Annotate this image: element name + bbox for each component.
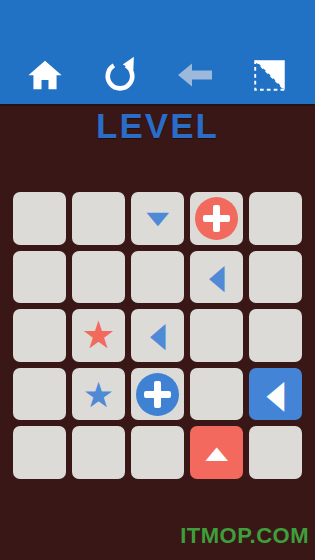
restart-icon bbox=[100, 55, 140, 95]
cell-r4c4[interactable] bbox=[190, 368, 243, 421]
cell-r3c2[interactable]: ★ bbox=[72, 309, 125, 362]
left-arrow-icon: ◀ bbox=[267, 375, 285, 414]
plus-icon bbox=[136, 373, 179, 416]
flip-diagonal-icon bbox=[251, 56, 289, 94]
flip-button[interactable] bbox=[247, 52, 293, 98]
cell-r4c5[interactable]: ◀ bbox=[249, 368, 302, 421]
left-arrow-icon: ◀ bbox=[209, 260, 225, 294]
board: ▼◀★◀★◀▲ bbox=[13, 192, 302, 479]
cell-r3c1[interactable] bbox=[13, 309, 66, 362]
cell-r2c5[interactable] bbox=[249, 251, 302, 304]
star-icon: ★ bbox=[81, 316, 115, 354]
cell-r2c3[interactable] bbox=[131, 251, 184, 304]
cell-r5c3[interactable] bbox=[131, 426, 184, 479]
cell-r2c4[interactable]: ◀ bbox=[190, 251, 243, 304]
cell-r4c1[interactable] bbox=[13, 368, 66, 421]
cell-r2c1[interactable] bbox=[13, 251, 66, 304]
back-button[interactable] bbox=[172, 52, 218, 98]
home-icon bbox=[26, 56, 64, 94]
cell-r3c3[interactable]: ◀ bbox=[131, 309, 184, 362]
cell-r4c3[interactable] bbox=[131, 368, 184, 421]
app-screen: LEVEL ▼◀★◀★◀▲ ITMOP.COM bbox=[0, 0, 315, 560]
cell-r2c2[interactable] bbox=[72, 251, 125, 304]
left-arrow-icon: ◀ bbox=[150, 318, 166, 352]
cell-r5c4[interactable]: ▲ bbox=[190, 426, 243, 479]
cell-r3c5[interactable] bbox=[249, 309, 302, 362]
plus-icon bbox=[195, 197, 238, 240]
cell-r1c3[interactable]: ▼ bbox=[131, 192, 184, 245]
cell-r1c1[interactable] bbox=[13, 192, 66, 245]
cell-r1c2[interactable] bbox=[72, 192, 125, 245]
watermark: ITMOP.COM bbox=[180, 523, 309, 549]
cell-r5c5[interactable] bbox=[249, 426, 302, 479]
cell-r3c4[interactable] bbox=[190, 309, 243, 362]
restart-button[interactable] bbox=[97, 52, 143, 98]
cell-r5c2[interactable] bbox=[72, 426, 125, 479]
cell-r4c2[interactable]: ★ bbox=[72, 368, 125, 421]
page-title: LEVEL bbox=[0, 106, 315, 146]
cell-r1c4[interactable] bbox=[190, 192, 243, 245]
cell-r5c1[interactable] bbox=[13, 426, 66, 479]
cell-r1c5[interactable] bbox=[249, 192, 302, 245]
up-arrow-icon: ▲ bbox=[197, 441, 235, 464]
down-arrow-icon: ▼ bbox=[138, 207, 176, 230]
star-icon: ★ bbox=[83, 377, 114, 412]
home-button[interactable] bbox=[22, 52, 68, 98]
top-toolbar bbox=[0, 0, 315, 104]
back-arrow-icon bbox=[175, 61, 215, 89]
